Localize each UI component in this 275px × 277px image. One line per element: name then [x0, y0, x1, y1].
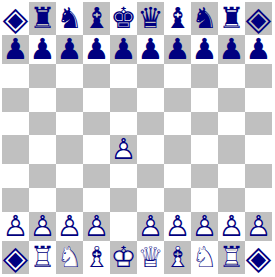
piece-black-bishop[interactable]: ♝: [165, 4, 191, 33]
chess-board: ◈♜♞♝♚♛♝♞♜◈♟♟♟♟♟♟♟♟♟♟♟♙♟♙♟♙♟♙♟♙♟♙♟♙♟♙♟♙♟♙…: [2, 2, 272, 274]
square-j9[interactable]: ♟: [245, 35, 272, 64]
square-f10[interactable]: ♛: [137, 2, 164, 35]
square-h5[interactable]: [191, 135, 218, 164]
piece-glyph: ♞: [192, 4, 218, 33]
piece-white-pawn[interactable]: ♟♙: [30, 212, 56, 241]
square-b1[interactable]: ♜♖: [29, 241, 56, 274]
piece-glyph-outline: ♔: [111, 243, 137, 272]
piece-glyph-outline: ♕: [138, 243, 164, 272]
square-f4[interactable]: [137, 164, 164, 188]
square-a4[interactable]: [2, 164, 29, 188]
piece-white-knight[interactable]: ♞♘: [57, 243, 83, 272]
piece-black-knight[interactable]: ♞: [192, 4, 218, 33]
square-j7[interactable]: [245, 88, 272, 112]
piece-white-rook[interactable]: ♜♖: [219, 243, 245, 272]
square-h6[interactable]: [191, 112, 218, 136]
square-e10[interactable]: ♚: [110, 2, 137, 35]
square-h9[interactable]: ♟: [191, 35, 218, 64]
piece-white-diamond-fairy[interactable]: ◆◈: [246, 241, 271, 274]
piece-white-bishop[interactable]: ♝♗: [165, 243, 191, 272]
square-f2[interactable]: ♟♙: [137, 212, 164, 241]
square-j4[interactable]: [245, 164, 272, 188]
square-b9[interactable]: ♟: [29, 35, 56, 64]
piece-glyph: ♛: [138, 4, 164, 33]
square-d9[interactable]: ♟: [83, 35, 110, 64]
piece-glyph-outline: ♙: [30, 212, 56, 241]
square-a2[interactable]: ♟♙: [2, 212, 29, 241]
piece-glyph: ♜: [30, 4, 56, 33]
square-e3[interactable]: [110, 188, 137, 212]
square-a1[interactable]: ◆◈: [2, 241, 29, 274]
square-j2[interactable]: ♟♙: [245, 212, 272, 241]
piece-black-pawn[interactable]: ♟: [111, 35, 137, 64]
square-i5[interactable]: [218, 135, 245, 164]
square-f1[interactable]: ♛♕: [137, 241, 164, 274]
piece-glyph: ♟: [30, 35, 56, 64]
piece-glyph: ♞: [57, 4, 83, 33]
square-d7[interactable]: [83, 88, 110, 112]
piece-black-pawn[interactable]: ♟: [3, 35, 29, 64]
piece-glyph: ♟: [3, 35, 29, 64]
square-f6[interactable]: [137, 112, 164, 136]
square-g2[interactable]: ♟♙: [164, 212, 191, 241]
square-b7[interactable]: [29, 88, 56, 112]
piece-glyph-outline: ♗: [84, 243, 110, 272]
square-e2[interactable]: [110, 212, 137, 241]
piece-black-diamond-fairy[interactable]: ◈: [3, 2, 28, 35]
piece-black-pawn[interactable]: ♟: [138, 35, 164, 64]
piece-white-pawn[interactable]: ♟♙: [84, 212, 110, 241]
square-b5[interactable]: [29, 135, 56, 164]
piece-glyph: ♚: [111, 4, 137, 33]
square-g1[interactable]: ♝♗: [164, 241, 191, 274]
square-c8[interactable]: [56, 64, 83, 88]
square-a5[interactable]: [2, 135, 29, 164]
piece-glyph-outline: ♙: [219, 212, 245, 241]
square-f7[interactable]: [137, 88, 164, 112]
piece-glyph: ♝: [84, 4, 110, 33]
piece-glyph-outline: ♖: [219, 243, 245, 272]
square-a10[interactable]: ◈: [2, 2, 29, 35]
square-b4[interactable]: [29, 164, 56, 188]
square-e9[interactable]: ♟: [110, 35, 137, 64]
piece-black-pawn[interactable]: ♟: [30, 35, 56, 64]
piece-glyph: ♟: [111, 35, 137, 64]
square-g5[interactable]: [164, 135, 191, 164]
piece-glyph: ◈: [3, 2, 28, 35]
piece-black-pawn[interactable]: ♟: [219, 35, 245, 64]
piece-glyph-outline: ♙: [246, 212, 272, 241]
piece-white-pawn[interactable]: ♟♙: [246, 212, 272, 241]
piece-white-pawn[interactable]: ♟♙: [165, 212, 191, 241]
piece-white-knight[interactable]: ♞♘: [192, 243, 218, 272]
square-h2[interactable]: ♟♙: [191, 212, 218, 241]
square-i9[interactable]: ♟: [218, 35, 245, 64]
square-j1[interactable]: ◆◈: [245, 241, 272, 274]
piece-black-pawn[interactable]: ♟: [84, 35, 110, 64]
square-e4[interactable]: [110, 164, 137, 188]
square-d4[interactable]: [83, 164, 110, 188]
square-j10[interactable]: ◈: [245, 2, 272, 35]
square-h7[interactable]: [191, 88, 218, 112]
square-h8[interactable]: [191, 64, 218, 88]
square-h1[interactable]: ♞♘: [191, 241, 218, 274]
square-i10[interactable]: ♜: [218, 2, 245, 35]
piece-black-knight[interactable]: ♞: [57, 4, 83, 33]
square-i7[interactable]: [218, 88, 245, 112]
piece-glyph: ♟: [246, 35, 272, 64]
piece-glyph-outline: ♙: [138, 212, 164, 241]
board-frame: ◈♜♞♝♚♛♝♞♜◈♟♟♟♟♟♟♟♟♟♟♟♙♟♙♟♙♟♙♟♙♟♙♟♙♟♙♟♙♟♙…: [0, 0, 275, 277]
piece-white-pawn[interactable]: ♟♙: [57, 212, 83, 241]
square-g4[interactable]: [164, 164, 191, 188]
square-d8[interactable]: [83, 64, 110, 88]
piece-black-bishop[interactable]: ♝: [84, 4, 110, 33]
piece-black-pawn[interactable]: ♟: [57, 35, 83, 64]
square-a6[interactable]: [2, 112, 29, 136]
square-e5[interactable]: ♟♙: [110, 135, 137, 164]
piece-glyph: ♟: [84, 35, 110, 64]
square-j6[interactable]: [245, 112, 272, 136]
square-c2[interactable]: ♟♙: [56, 212, 83, 241]
piece-white-bishop[interactable]: ♝♗: [84, 243, 110, 272]
piece-glyph: ♜: [219, 4, 245, 33]
piece-glyph: ♟: [219, 35, 245, 64]
square-c7[interactable]: [56, 88, 83, 112]
square-i6[interactable]: [218, 112, 245, 136]
piece-white-rook[interactable]: ♜♖: [30, 243, 56, 272]
piece-glyph-outline: ♙: [192, 212, 218, 241]
piece-glyph: ♟: [192, 35, 218, 64]
square-c10[interactable]: ♞: [56, 2, 83, 35]
piece-glyph-outline: ◈: [3, 241, 28, 274]
square-c6[interactable]: [56, 112, 83, 136]
piece-black-rook[interactable]: ♜: [30, 4, 56, 33]
piece-glyph: ♟: [57, 35, 83, 64]
piece-glyph: ♟: [165, 35, 191, 64]
square-i8[interactable]: [218, 64, 245, 88]
piece-glyph-outline: ♘: [192, 243, 218, 272]
piece-black-diamond-fairy[interactable]: ◈: [246, 2, 271, 35]
piece-white-pawn[interactable]: ♟♙: [192, 212, 218, 241]
piece-white-pawn[interactable]: ♟♙: [111, 135, 137, 164]
square-e1[interactable]: ♚♔: [110, 241, 137, 274]
piece-glyph-outline: ♙: [84, 212, 110, 241]
square-b10[interactable]: ♜: [29, 2, 56, 35]
piece-black-king[interactable]: ♚: [111, 4, 137, 33]
square-i1[interactable]: ♜♖: [218, 241, 245, 274]
square-j5[interactable]: [245, 135, 272, 164]
square-e8[interactable]: [110, 64, 137, 88]
square-f9[interactable]: ♟: [137, 35, 164, 64]
piece-glyph-outline: ♗: [165, 243, 191, 272]
piece-white-diamond-fairy[interactable]: ◆◈: [3, 241, 28, 274]
piece-glyph-outline: ♙: [111, 135, 137, 164]
square-d2[interactable]: ♟♙: [83, 212, 110, 241]
square-h4[interactable]: [191, 164, 218, 188]
piece-white-queen[interactable]: ♛♕: [138, 243, 164, 272]
square-d5[interactable]: [83, 135, 110, 164]
square-g6[interactable]: [164, 112, 191, 136]
piece-white-pawn[interactable]: ♟♙: [219, 212, 245, 241]
square-a9[interactable]: ♟: [2, 35, 29, 64]
square-d10[interactable]: ♝: [83, 2, 110, 35]
square-b6[interactable]: [29, 112, 56, 136]
piece-white-king[interactable]: ♚♔: [111, 243, 137, 272]
piece-white-pawn[interactable]: ♟♙: [3, 212, 29, 241]
square-f8[interactable]: [137, 64, 164, 88]
square-g8[interactable]: [164, 64, 191, 88]
square-b8[interactable]: [29, 64, 56, 88]
piece-glyph: ♟: [138, 35, 164, 64]
piece-black-pawn[interactable]: ♟: [192, 35, 218, 64]
square-c9[interactable]: ♟: [56, 35, 83, 64]
square-i2[interactable]: ♟♙: [218, 212, 245, 241]
square-g7[interactable]: [164, 88, 191, 112]
piece-glyph: ◈: [246, 2, 271, 35]
piece-glyph-outline: ◈: [246, 241, 271, 274]
piece-glyph: ♝: [165, 4, 191, 33]
piece-black-rook[interactable]: ♜: [219, 4, 245, 33]
piece-black-pawn[interactable]: ♟: [246, 35, 272, 64]
piece-glyph-outline: ♖: [30, 243, 56, 272]
piece-black-pawn[interactable]: ♟: [165, 35, 191, 64]
square-i4[interactable]: [218, 164, 245, 188]
square-g10[interactable]: ♝: [164, 2, 191, 35]
piece-black-queen[interactable]: ♛: [138, 4, 164, 33]
square-c4[interactable]: [56, 164, 83, 188]
square-c1[interactable]: ♞♘: [56, 241, 83, 274]
square-b2[interactable]: ♟♙: [29, 212, 56, 241]
piece-glyph-outline: ♙: [57, 212, 83, 241]
square-c5[interactable]: [56, 135, 83, 164]
square-d1[interactable]: ♝♗: [83, 241, 110, 274]
piece-white-pawn[interactable]: ♟♙: [138, 212, 164, 241]
square-a8[interactable]: [2, 64, 29, 88]
piece-glyph-outline: ♘: [57, 243, 83, 272]
piece-glyph-outline: ♙: [165, 212, 191, 241]
piece-glyph-outline: ♙: [3, 212, 29, 241]
square-h10[interactable]: ♞: [191, 2, 218, 35]
square-a7[interactable]: [2, 88, 29, 112]
square-j8[interactable]: [245, 64, 272, 88]
square-e7[interactable]: [110, 88, 137, 112]
square-f5[interactable]: [137, 135, 164, 164]
square-d6[interactable]: [83, 112, 110, 136]
square-g9[interactable]: ♟: [164, 35, 191, 64]
